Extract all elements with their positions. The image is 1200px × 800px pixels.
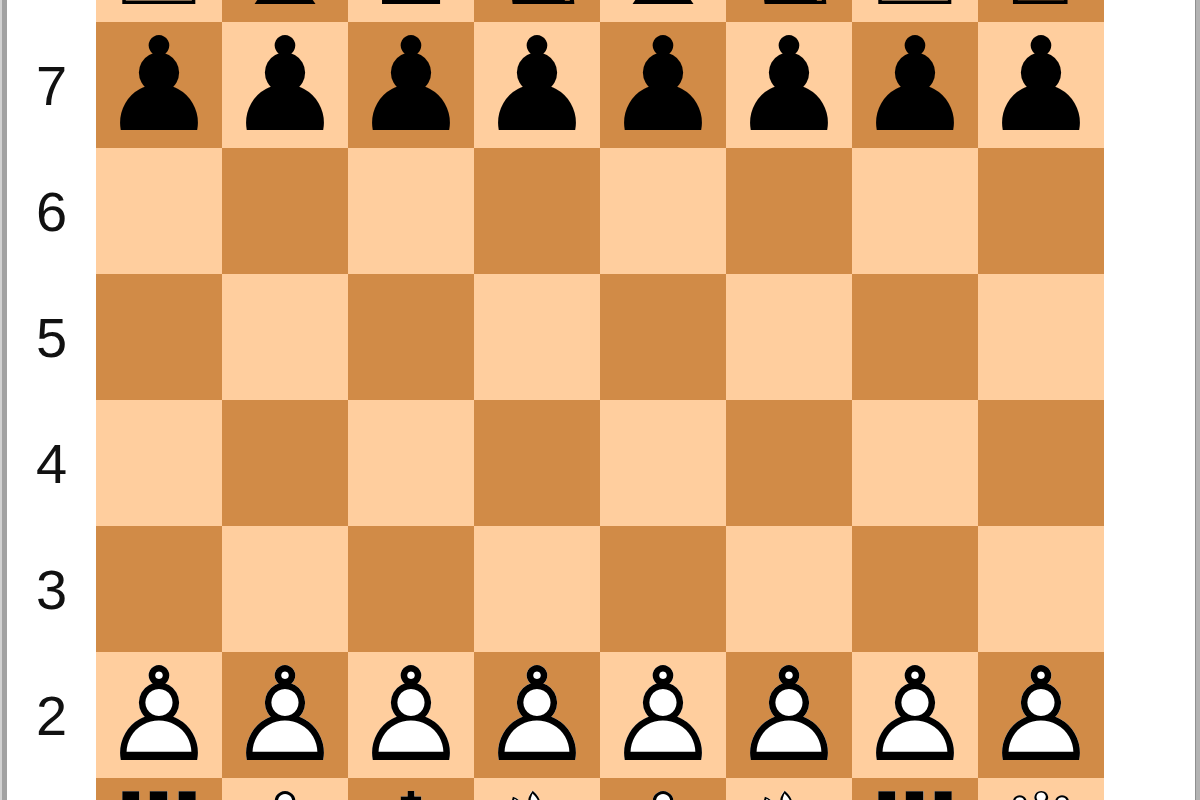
- white-bishop-piece: ♗: [600, 778, 726, 800]
- black-pawn-piece: ♟: [852, 22, 978, 148]
- chessboard-viewport: ♜♝♚♞♝♞♜♛♟♟♟♟♟♟♟♟♟♙♟♙♟♙♟♙♟♙♟♙♟♙♟♙♜♖♝♗♚♔♞♘…: [96, 0, 1104, 800]
- rank-label-3: 3: [7, 526, 96, 652]
- square-g6: [852, 148, 978, 274]
- white-knight-piece-fill: ♞: [474, 778, 600, 800]
- square-f7: ♟: [726, 22, 852, 148]
- white-king-piece-fill: ♚: [348, 778, 474, 800]
- black-rook-piece: ♜: [96, 0, 222, 22]
- square-a3: [96, 526, 222, 652]
- square-f5: [726, 274, 852, 400]
- rank-label-6: 6: [7, 148, 96, 274]
- chessboard: ♜♝♚♞♝♞♜♛♟♟♟♟♟♟♟♟♟♙♟♙♟♙♟♙♟♙♟♙♟♙♟♙♜♖♝♗♚♔♞♘…: [96, 0, 1104, 800]
- white-pawn-piece: ♙: [348, 652, 474, 778]
- white-pawn-piece-fill: ♟: [222, 652, 348, 778]
- square-a6: [96, 148, 222, 274]
- square-a8: ♜: [96, 0, 222, 22]
- square-d5: [474, 274, 600, 400]
- square-c1: ♚♔: [348, 778, 474, 800]
- square-f8: ♞: [726, 0, 852, 22]
- black-king-piece: ♚: [348, 0, 474, 22]
- square-d3: [474, 526, 600, 652]
- square-d2: ♟♙: [474, 652, 600, 778]
- white-bishop-piece-fill: ♝: [222, 778, 348, 800]
- white-knight-piece-fill: ♞: [726, 778, 852, 800]
- square-h8: ♛: [978, 0, 1104, 22]
- square-e3: [600, 526, 726, 652]
- white-bishop-piece-fill: ♝: [600, 778, 726, 800]
- square-b5: [222, 274, 348, 400]
- rank-label-4: 4: [7, 400, 96, 526]
- square-e1: ♝♗: [600, 778, 726, 800]
- square-f6: [726, 148, 852, 274]
- page: { "game": "chess", "variant": "chess960-…: [0, 0, 1200, 800]
- square-b8: ♝: [222, 0, 348, 22]
- square-f1: ♞♘: [726, 778, 852, 800]
- square-f2: ♟♙: [726, 652, 852, 778]
- square-c6: [348, 148, 474, 274]
- square-h5: [978, 274, 1104, 400]
- rank-label-2: 2: [7, 652, 96, 778]
- square-a1: ♜♖: [96, 778, 222, 800]
- black-pawn-piece: ♟: [978, 22, 1104, 148]
- white-queen-piece-fill: ♛: [978, 778, 1104, 800]
- square-e2: ♟♙: [600, 652, 726, 778]
- square-a7: ♟: [96, 22, 222, 148]
- white-pawn-piece: ♙: [474, 652, 600, 778]
- square-c8: ♚: [348, 0, 474, 22]
- white-pawn-piece: ♙: [726, 652, 852, 778]
- square-a5: [96, 274, 222, 400]
- white-pawn-piece-fill: ♟: [852, 652, 978, 778]
- rank-label-5: 5: [7, 274, 96, 400]
- square-d8: ♞: [474, 0, 600, 22]
- black-queen-piece: ♛: [978, 0, 1104, 22]
- white-rook-piece-fill: ♜: [96, 778, 222, 800]
- black-pawn-piece: ♟: [96, 22, 222, 148]
- square-e6: [600, 148, 726, 274]
- black-pawn-piece: ♟: [600, 22, 726, 148]
- square-h2: ♟♙: [978, 652, 1104, 778]
- white-pawn-piece-fill: ♟: [474, 652, 600, 778]
- black-knight-piece: ♞: [726, 0, 852, 22]
- square-e4: [600, 400, 726, 526]
- square-g4: [852, 400, 978, 526]
- square-b3: [222, 526, 348, 652]
- black-pawn-piece: ♟: [222, 22, 348, 148]
- white-queen-piece: ♕: [978, 778, 1104, 800]
- black-pawn-piece: ♟: [348, 22, 474, 148]
- square-c7: ♟: [348, 22, 474, 148]
- white-pawn-piece: ♙: [600, 652, 726, 778]
- square-f4: [726, 400, 852, 526]
- white-knight-piece: ♘: [474, 778, 600, 800]
- white-pawn-piece-fill: ♟: [726, 652, 852, 778]
- scrollbar-track[interactable]: [1195, 0, 1200, 800]
- white-pawn-piece-fill: ♟: [600, 652, 726, 778]
- black-pawn-piece: ♟: [726, 22, 852, 148]
- white-pawn-piece: ♙: [96, 652, 222, 778]
- square-c3: [348, 526, 474, 652]
- square-h3: [978, 526, 1104, 652]
- square-c5: [348, 274, 474, 400]
- white-knight-piece: ♘: [726, 778, 852, 800]
- white-rook-piece: ♖: [96, 778, 222, 800]
- square-d1: ♞♘: [474, 778, 600, 800]
- square-b4: [222, 400, 348, 526]
- black-bishop-piece: ♝: [600, 0, 726, 22]
- square-b7: ♟: [222, 22, 348, 148]
- black-rook-piece: ♜: [852, 0, 978, 22]
- black-knight-piece: ♞: [474, 0, 600, 22]
- white-king-piece: ♔: [348, 778, 474, 800]
- square-b1: ♝♗: [222, 778, 348, 800]
- rank-label-gutter: 7 6 5 4 3 2: [7, 0, 96, 800]
- white-bishop-piece: ♗: [222, 778, 348, 800]
- square-g5: [852, 274, 978, 400]
- square-b6: [222, 148, 348, 274]
- white-pawn-piece: ♙: [222, 652, 348, 778]
- square-c4: [348, 400, 474, 526]
- square-a4: [96, 400, 222, 526]
- square-g8: ♜: [852, 0, 978, 22]
- black-pawn-piece: ♟: [474, 22, 600, 148]
- square-d7: ♟: [474, 22, 600, 148]
- square-f3: [726, 526, 852, 652]
- rank-label-7: 7: [7, 22, 96, 148]
- square-e8: ♝: [600, 0, 726, 22]
- square-g2: ♟♙: [852, 652, 978, 778]
- black-bishop-piece: ♝: [222, 0, 348, 22]
- square-h6: [978, 148, 1104, 274]
- white-pawn-piece-fill: ♟: [978, 652, 1104, 778]
- square-d4: [474, 400, 600, 526]
- white-pawn-piece-fill: ♟: [96, 652, 222, 778]
- square-e7: ♟: [600, 22, 726, 148]
- window-left-border: [0, 0, 7, 800]
- square-g3: [852, 526, 978, 652]
- square-c2: ♟♙: [348, 652, 474, 778]
- white-pawn-piece: ♙: [852, 652, 978, 778]
- square-h4: [978, 400, 1104, 526]
- white-rook-piece-fill: ♜: [852, 778, 978, 800]
- square-b2: ♟♙: [222, 652, 348, 778]
- white-rook-piece: ♖: [852, 778, 978, 800]
- square-e5: [600, 274, 726, 400]
- white-pawn-piece-fill: ♟: [348, 652, 474, 778]
- square-h1: ♛♕: [978, 778, 1104, 800]
- square-a2: ♟♙: [96, 652, 222, 778]
- white-pawn-piece: ♙: [978, 652, 1104, 778]
- square-g1: ♜♖: [852, 778, 978, 800]
- square-g7: ♟: [852, 22, 978, 148]
- square-h7: ♟: [978, 22, 1104, 148]
- square-d6: [474, 148, 600, 274]
